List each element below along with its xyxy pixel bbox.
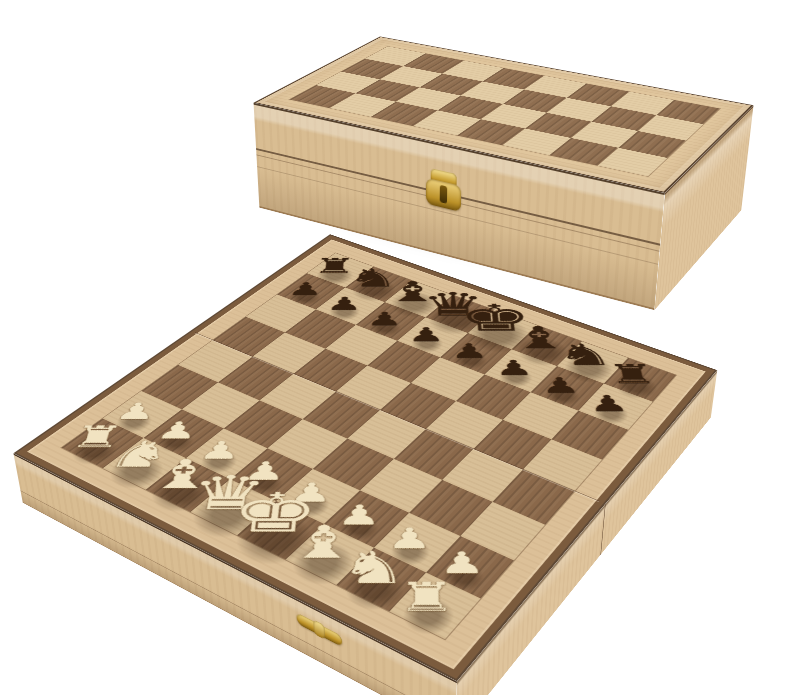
lid-square-3-7 (598, 148, 668, 177)
black-pawn-icon: ♟ (287, 280, 324, 297)
lid-square-3-4 (457, 119, 525, 145)
square-h6[interactable] (551, 411, 628, 460)
white-pawn-icon: ♟ (336, 501, 382, 529)
piece-contact-shadow (331, 558, 418, 620)
piece-contact-shadow (391, 588, 466, 643)
square-f3[interactable] (360, 459, 442, 513)
lid-square-3-6 (549, 138, 618, 166)
black-pawn-icon: ♟ (366, 310, 403, 329)
black-rook-icon: ♜ (605, 361, 659, 387)
board-top-face: ♜♞♝♛♚♝♞♜♟♟♟♟♟♟♟♟♟♟♟♟♟♟♟♟♜♞♝♛♚♝♞♜ (13, 234, 717, 681)
square-h5[interactable] (523, 439, 602, 491)
lid-square-2-6 (571, 122, 638, 148)
piece-contact-shadow (331, 509, 387, 547)
lid-square-3-3 (413, 110, 480, 135)
square-h2[interactable] (426, 536, 514, 598)
black-pawn-icon: ♟ (494, 357, 534, 378)
square-g1[interactable] (336, 548, 426, 612)
square-e4[interactable] (347, 410, 425, 459)
lid-square-2-5 (525, 113, 591, 138)
white-king-icon: ♚ (227, 486, 321, 540)
square-e2[interactable] (276, 469, 360, 524)
piece-contact-shadow (176, 483, 276, 549)
white-queen-icon: ♛ (185, 470, 270, 517)
white-knight-icon: ♞ (338, 546, 408, 591)
piece-contact-shadow (382, 532, 439, 572)
closed-chess-box (254, 36, 754, 193)
black-pawn-icon: ♟ (586, 392, 630, 414)
piece-contact-shadow (283, 487, 338, 524)
white-pawn-icon: ♟ (439, 548, 486, 578)
square-h1[interactable] (389, 573, 480, 640)
square-h3[interactable] (460, 502, 545, 561)
piece-layer: ♜♞♝♛♚♝♞♜♟♟♟♟♟♟♟♟♟♟♟♟♟♟♟♟♜♞♝♛♚♝♞♜ (16, 235, 714, 678)
lid-square-1-7 (638, 115, 703, 140)
lid-square-3-5 (503, 128, 571, 155)
black-pawn-icon: ♟ (408, 325, 445, 344)
piece-contact-shadow (435, 556, 493, 598)
square-f1[interactable] (286, 524, 374, 585)
box-brass-latch-icon[interactable] (426, 167, 461, 218)
square-e1[interactable] (237, 501, 324, 559)
white-pawn-icon: ♟ (387, 524, 433, 553)
lid-square-2-4 (481, 104, 547, 128)
square-f4[interactable] (394, 429, 474, 480)
lid-square-3-2 (371, 102, 438, 126)
square-g3[interactable] (409, 480, 492, 536)
square-g2[interactable] (374, 513, 460, 573)
white-bishop-icon: ♝ (285, 520, 359, 565)
square-f2[interactable] (324, 490, 409, 547)
square-e3[interactable] (313, 439, 394, 491)
piece-contact-shadow (278, 532, 369, 595)
lid-square-1-6 (592, 106, 657, 131)
black-pawn-icon: ♟ (450, 341, 489, 361)
black-pawn-icon: ♟ (539, 375, 581, 397)
square-g4[interactable] (442, 449, 523, 502)
square-h4[interactable] (493, 470, 575, 525)
white-rook-icon: ♜ (397, 577, 457, 617)
board-side-fold-seam (600, 503, 606, 555)
black-pawn-icon: ♟ (326, 295, 363, 313)
chess-set-photo: ♜♞♝♛♚♝♞♜♟♟♟♟♟♟♟♟♟♟♟♟♟♟♟♟♜♞♝♛♚♝♞♜ (0, 0, 800, 695)
square-g5[interactable] (473, 420, 551, 470)
square-d3[interactable] (267, 419, 347, 469)
open-chess-board: ♜♞♝♛♚♝♞♜♟♟♟♟♟♟♟♟♟♟♟♟♟♟♟♟♜♞♝♛♚♝♞♜ (13, 234, 717, 681)
lid-square-2-7 (618, 131, 685, 158)
